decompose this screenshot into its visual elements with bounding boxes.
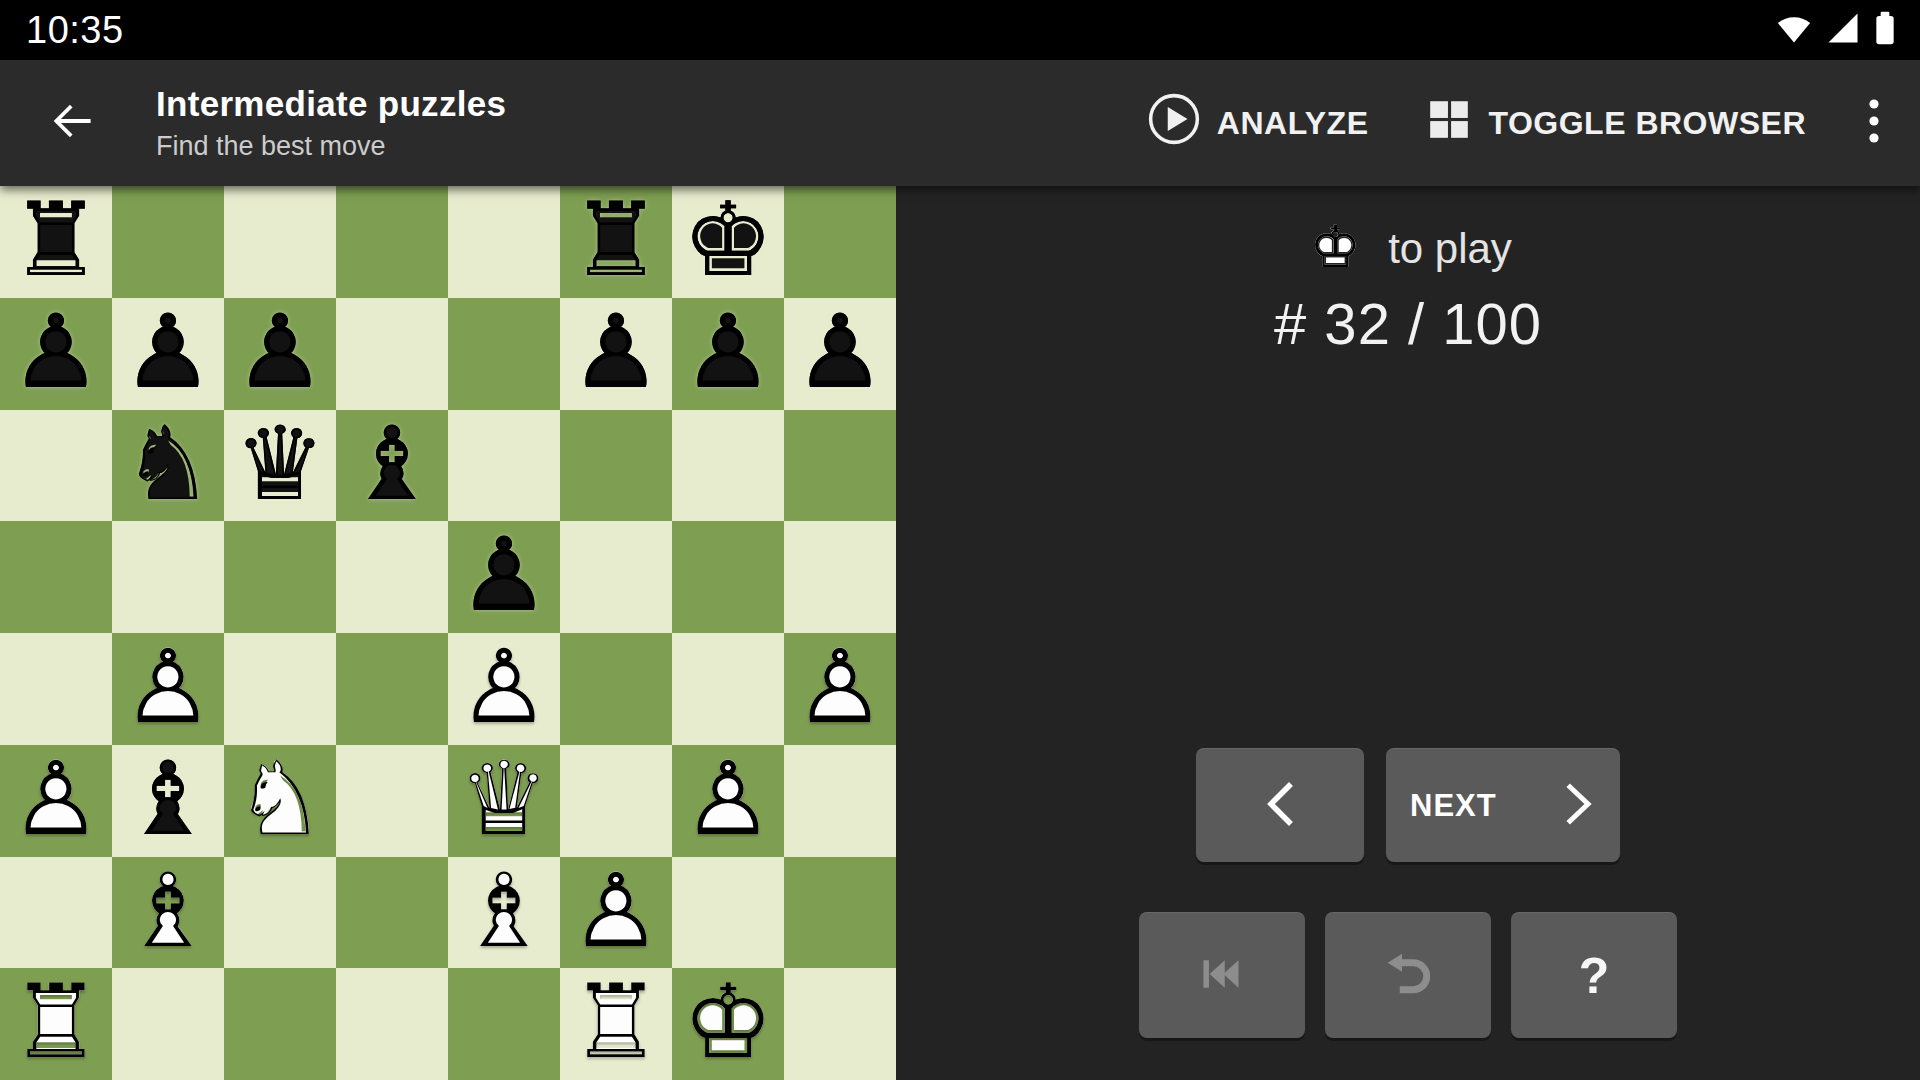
square-f8[interactable]: ♜♖ [560,186,672,298]
square-e3[interactable]: ♛♕ [448,745,560,857]
square-a7[interactable]: ♟♙ [0,298,112,410]
square-e2[interactable]: ♝♗ [448,857,560,969]
square-a2[interactable] [0,857,112,969]
black-pawn-c7: ♟♙ [224,298,336,410]
undo-move-button[interactable] [1325,912,1491,1038]
black-bishop-b3: ♝♗ [112,745,224,857]
square-g3[interactable]: ♟♙ [672,745,784,857]
puzzle-counter: # 32 / 100 [896,290,1920,357]
square-d5[interactable] [336,521,448,633]
square-f4[interactable] [560,633,672,745]
black-pawn-e5: ♟♙ [448,521,560,633]
to-play-label: to play [1388,225,1512,273]
black-king-g8: ♚♔ [672,186,784,298]
white-pawn-f2: ♟♙ [560,857,672,969]
square-e6[interactable] [448,410,560,522]
square-g6[interactable] [672,410,784,522]
white-king-icon: ♚ ♔ [1304,214,1366,284]
black-bishop-d6: ♝♗ [336,410,448,522]
title-block: Intermediate puzzles Find the best move [156,84,506,162]
square-e4[interactable]: ♟♙ [448,633,560,745]
app-bar-actions: ANALYZE TOGGLE BROWSER [1147,92,1884,154]
overflow-menu-button[interactable] [1864,92,1884,154]
help-label: ? [1579,947,1610,1005]
app-screen: 10:35 Intermediate puzzles Find the best… [0,0,1920,1080]
white-king-g1: ♚♔ [672,968,784,1080]
toggle-browser-label: TOGGLE BROWSER [1488,105,1806,142]
square-d6[interactable]: ♝♗ [336,410,448,522]
square-f3[interactable] [560,745,672,857]
square-a4[interactable] [0,633,112,745]
square-e8[interactable] [448,186,560,298]
cell-signal-icon [1824,11,1862,49]
white-knight-c3: ♞♘ [224,745,336,857]
analyze-button[interactable]: ANALYZE [1147,92,1369,154]
chess-board: ♜♖♜♖♚♔♟♙♟♙♟♙♟♙♟♙♟♙♞♘♛♕♝♗♟♙♟♙♟♙♟♙♟♙♝♗♞♘♛♕… [0,186,896,1080]
square-g5[interactable] [672,521,784,633]
toggle-browser-button[interactable]: TOGGLE BROWSER [1426,96,1806,150]
square-h1[interactable] [784,968,896,1080]
square-g7[interactable]: ♟♙ [672,298,784,410]
clock: 10:35 [26,9,124,52]
square-c1[interactable] [224,968,336,1080]
square-e7[interactable] [448,298,560,410]
square-d8[interactable] [336,186,448,298]
square-h3[interactable] [784,745,896,857]
square-c6[interactable]: ♛♕ [224,410,336,522]
square-b4[interactable]: ♟♙ [112,633,224,745]
back-arrow-icon [49,98,95,148]
main-content: ♜♖♜♖♚♔♟♙♟♙♟♙♟♙♟♙♟♙♞♘♛♕♝♗♟♙♟♙♟♙♟♙♟♙♝♗♞♘♛♕… [0,186,1920,1080]
square-b7[interactable]: ♟♙ [112,298,224,410]
status-bar: 10:35 [0,0,1920,60]
square-f6[interactable] [560,410,672,522]
black-knight-b6: ♞♘ [112,410,224,522]
previous-puzzle-button[interactable] [1196,748,1364,862]
square-b6[interactable]: ♞♘ [112,410,224,522]
square-h5[interactable] [784,521,896,633]
square-a3[interactable]: ♟♙ [0,745,112,857]
next-label: NEXT [1410,788,1497,824]
square-f5[interactable] [560,521,672,633]
square-g4[interactable] [672,633,784,745]
square-b2[interactable]: ♝♗ [112,857,224,969]
white-bishop-b2: ♝♗ [112,857,224,969]
square-f2[interactable]: ♟♙ [560,857,672,969]
aux-button-row: ? [896,912,1920,1038]
white-rook-a1: ♜♖ [0,968,112,1080]
square-c3[interactable]: ♞♘ [224,745,336,857]
square-e5[interactable]: ♟♙ [448,521,560,633]
square-b5[interactable] [112,521,224,633]
black-rook-a8: ♜♖ [0,186,112,298]
black-pawn-g7: ♟♙ [672,298,784,410]
square-a6[interactable] [0,410,112,522]
white-bishop-e2: ♝♗ [448,857,560,969]
square-b8[interactable] [112,186,224,298]
black-rook-f8: ♜♖ [560,186,672,298]
puzzle-nav-row: NEXT [896,748,1920,862]
undo-icon [1379,950,1437,1002]
square-c7[interactable]: ♟♙ [224,298,336,410]
square-c2[interactable] [224,857,336,969]
chevron-left-icon [1261,780,1299,832]
skip-to-start-button[interactable] [1139,912,1305,1038]
side-panel: ♚ ♔ to play # 32 / 100 NEXT [896,186,1920,1080]
square-c4[interactable] [224,633,336,745]
white-pawn-a3: ♟♙ [0,745,112,857]
square-g1[interactable]: ♚♔ [672,968,784,1080]
square-c5[interactable] [224,521,336,633]
black-pawn-b7: ♟♙ [112,298,224,410]
square-a1[interactable]: ♜♖ [0,968,112,1080]
white-rook-f1: ♜♖ [560,968,672,1080]
play-circle-icon [1147,92,1201,154]
page-title: Intermediate puzzles [156,84,506,124]
square-d1[interactable] [336,968,448,1080]
next-puzzle-button[interactable]: NEXT [1386,748,1620,862]
analyze-label: ANALYZE [1217,105,1369,142]
back-button[interactable] [40,91,104,155]
black-pawn-f7: ♟♙ [560,298,672,410]
help-button[interactable]: ? [1511,912,1677,1038]
square-c8[interactable] [224,186,336,298]
grid-icon [1426,96,1472,150]
app-bar: Intermediate puzzles Find the best move … [0,60,1920,186]
to-play-indicator: ♚ ♔ to play [896,214,1920,284]
skip-previous-icon [1193,952,1251,1000]
square-a8[interactable]: ♜♖ [0,186,112,298]
square-d2[interactable] [336,857,448,969]
square-h8[interactable] [784,186,896,298]
square-a5[interactable] [0,521,112,633]
white-pawn-g3: ♟♙ [672,745,784,857]
square-h4[interactable]: ♟♙ [784,633,896,745]
black-pawn-a7: ♟♙ [0,298,112,410]
chevron-right-icon [1564,783,1594,829]
square-f1[interactable]: ♜♖ [560,968,672,1080]
square-g2[interactable] [672,857,784,969]
square-d4[interactable] [336,633,448,745]
square-d7[interactable] [336,298,448,410]
square-b1[interactable] [112,968,224,1080]
wifi-icon [1774,11,1814,49]
page-subtitle: Find the best move [156,131,506,162]
white-pawn-e4: ♟♙ [448,633,560,745]
square-h2[interactable] [784,857,896,969]
vertical-dots-icon [1868,98,1880,148]
square-e1[interactable] [448,968,560,1080]
square-b3[interactable]: ♝♗ [112,745,224,857]
square-h7[interactable]: ♟♙ [784,298,896,410]
white-pawn-b4: ♟♙ [112,633,224,745]
square-h6[interactable] [784,410,896,522]
status-icons [1774,9,1898,51]
square-g8[interactable]: ♚♔ [672,186,784,298]
white-queen-e3: ♛♕ [448,745,560,857]
black-queen-c6: ♛♕ [224,410,336,522]
white-pawn-h4: ♟♙ [784,633,896,745]
black-pawn-h7: ♟♙ [784,298,896,410]
square-f7[interactable]: ♟♙ [560,298,672,410]
battery-icon [1872,9,1898,51]
square-d3[interactable] [336,745,448,857]
